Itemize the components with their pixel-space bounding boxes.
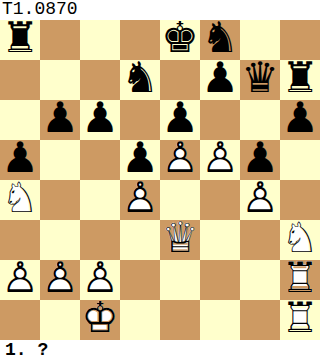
square-h6[interactable]: ♟ bbox=[280, 100, 320, 140]
white-king-piece: ♚♔ bbox=[80, 300, 120, 340]
square-d3[interactable] bbox=[120, 220, 160, 260]
square-h1[interactable]: ♜♖ bbox=[280, 300, 320, 340]
square-b8[interactable] bbox=[40, 20, 80, 60]
square-g4[interactable]: ♟♙ bbox=[240, 180, 280, 220]
square-g3[interactable] bbox=[240, 220, 280, 260]
square-c5[interactable] bbox=[80, 140, 120, 180]
square-d2[interactable] bbox=[120, 260, 160, 300]
square-d7[interactable]: ♞ bbox=[120, 60, 160, 100]
square-f5[interactable]: ♟♙ bbox=[200, 140, 240, 180]
square-c1[interactable]: ♚♔ bbox=[80, 300, 120, 340]
square-b1[interactable] bbox=[40, 300, 80, 340]
square-e5[interactable]: ♟♙ bbox=[160, 140, 200, 180]
square-a1[interactable] bbox=[0, 300, 40, 340]
square-c4[interactable] bbox=[80, 180, 120, 220]
black-pawn-piece: ♟ bbox=[200, 60, 240, 100]
square-e2[interactable] bbox=[160, 260, 200, 300]
black-pawn-piece: ♟ bbox=[280, 100, 320, 140]
square-b5[interactable] bbox=[40, 140, 80, 180]
move-prompt-label: 1. ? bbox=[0, 340, 320, 360]
square-a4[interactable]: ♞♘ bbox=[0, 180, 40, 220]
square-c6[interactable]: ♟ bbox=[80, 100, 120, 140]
black-pawn-piece: ♟ bbox=[40, 100, 80, 140]
square-b6[interactable]: ♟ bbox=[40, 100, 80, 140]
square-h5[interactable] bbox=[280, 140, 320, 180]
white-rook-piece: ♜♖ bbox=[280, 300, 320, 340]
square-g7[interactable]: ♛ bbox=[240, 60, 280, 100]
white-pawn-piece: ♟♙ bbox=[160, 140, 200, 180]
square-a2[interactable]: ♟♙ bbox=[0, 260, 40, 300]
square-a7[interactable] bbox=[0, 60, 40, 100]
square-f2[interactable] bbox=[200, 260, 240, 300]
square-e8[interactable]: ♚ bbox=[160, 20, 200, 60]
square-b4[interactable] bbox=[40, 180, 80, 220]
square-g2[interactable] bbox=[240, 260, 280, 300]
square-e1[interactable] bbox=[160, 300, 200, 340]
square-f7[interactable]: ♟ bbox=[200, 60, 240, 100]
white-pawn-piece: ♟♙ bbox=[120, 180, 160, 220]
square-c8[interactable] bbox=[80, 20, 120, 60]
square-g1[interactable] bbox=[240, 300, 280, 340]
white-pawn-piece: ♟♙ bbox=[240, 180, 280, 220]
white-pawn-piece: ♟♙ bbox=[40, 260, 80, 300]
black-rook-piece: ♜ bbox=[0, 20, 40, 60]
white-queen-piece: ♛♕ bbox=[160, 220, 200, 260]
square-f1[interactable] bbox=[200, 300, 240, 340]
black-queen-piece: ♛ bbox=[240, 60, 280, 100]
square-b2[interactable]: ♟♙ bbox=[40, 260, 80, 300]
white-pawn-piece: ♟♙ bbox=[200, 140, 240, 180]
square-d1[interactable] bbox=[120, 300, 160, 340]
black-king-piece: ♚ bbox=[160, 20, 200, 60]
square-d4[interactable]: ♟♙ bbox=[120, 180, 160, 220]
chess-puzzle-window: T1.0870 ♜♚♞♞♟♛♜♟♟♟♟♟♟♟♙♟♙♟♞♘♟♙♟♙♛♕♞♘♟♙♟♙… bbox=[0, 0, 320, 360]
white-knight-piece: ♞♘ bbox=[0, 180, 40, 220]
black-knight-piece: ♞ bbox=[120, 60, 160, 100]
square-f3[interactable] bbox=[200, 220, 240, 260]
square-f4[interactable] bbox=[200, 180, 240, 220]
puzzle-id-label: T1.0870 bbox=[0, 0, 320, 20]
square-e3[interactable]: ♛♕ bbox=[160, 220, 200, 260]
black-pawn-piece: ♟ bbox=[80, 100, 120, 140]
white-pawn-piece: ♟♙ bbox=[0, 260, 40, 300]
chess-board: ♜♚♞♞♟♛♜♟♟♟♟♟♟♟♙♟♙♟♞♘♟♙♟♙♛♕♞♘♟♙♟♙♟♙♜♖♚♔♜♖ bbox=[0, 20, 320, 340]
square-a8[interactable]: ♜ bbox=[0, 20, 40, 60]
